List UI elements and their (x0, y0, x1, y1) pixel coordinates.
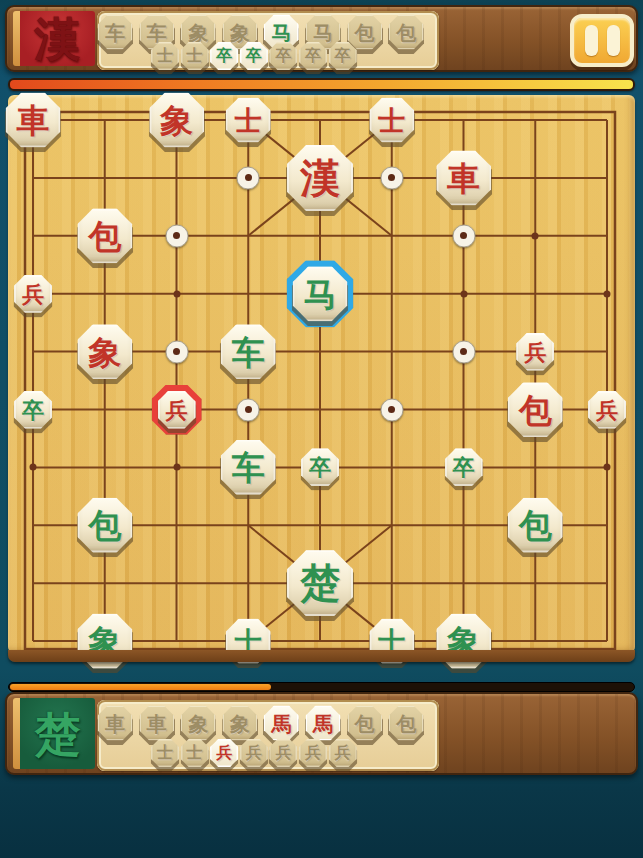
board-marker-dot (604, 464, 611, 471)
tray-piece: 包 (389, 706, 424, 741)
move-hint-dot[interactable] (452, 340, 475, 363)
piece-red-general[interactable]: 漢 (287, 145, 353, 211)
piece-green-soldier[interactable]: 卒 (301, 448, 339, 486)
board-marker-dot (30, 464, 37, 471)
tray-piece: 包 (347, 706, 382, 741)
tray-piece: 象 (181, 706, 216, 741)
piece-green-officer[interactable]: 车 (221, 324, 276, 379)
badge-stripe (13, 11, 20, 66)
piece-red-officer[interactable]: 象 (77, 324, 132, 379)
piece-green-general[interactable]: 楚 (287, 550, 353, 616)
tray-piece-captured: 卒 (210, 42, 238, 70)
tray-piece: 士 (181, 739, 209, 767)
tray-piece: 卒 (269, 42, 297, 70)
piece-green-officer[interactable]: 包 (77, 498, 132, 553)
tray-piece: 包 (389, 15, 424, 50)
chu-label: 楚 (35, 711, 81, 757)
piece-red-officer[interactable]: 車 (6, 93, 61, 148)
board-edge (8, 650, 635, 662)
tray-piece: 卒 (299, 42, 327, 70)
pause-button[interactable] (570, 14, 634, 67)
piece-red-officer[interactable]: 包 (508, 382, 563, 437)
board-marker-dot (460, 290, 467, 297)
board-marker-dot (532, 232, 539, 239)
piece-red-officer[interactable]: 車 (436, 150, 491, 205)
piece-green-soldier[interactable]: 卒 (14, 391, 52, 429)
xiangqi-board[interactable]: 車象士士漢車包兵马象车兵卒兵包兵车卒卒包包楚象士士象 (8, 95, 635, 653)
tray-piece: 兵 (240, 739, 268, 767)
move-hint-dot[interactable] (380, 166, 403, 189)
tray-piece: 车 (98, 15, 133, 50)
piece-red-soldier[interactable]: 兵 (158, 391, 196, 429)
piece-red-officer[interactable]: 包 (77, 208, 132, 263)
tray-piece: 兵 (269, 739, 297, 767)
move-hint-dot[interactable] (380, 398, 403, 421)
piece-red-officer[interactable]: 象 (149, 93, 204, 148)
captured-tray-top: 车车象象马马包包士士卒卒卒卒卒 (97, 11, 439, 70)
pause-icon (574, 18, 630, 63)
tray-piece-captured: 卒 (240, 42, 268, 70)
tray-piece: 車 (98, 706, 133, 741)
piece-green-officer[interactable]: 马 (293, 266, 348, 321)
piece-red-soldier[interactable]: 兵 (516, 333, 554, 371)
move-hint-dot[interactable] (165, 340, 188, 363)
captured-tray-bottom: 車車象象馬馬包包士士兵兵兵兵兵 (97, 700, 439, 771)
tray-piece: 兵 (329, 739, 357, 767)
turn-progress-bottom (8, 682, 635, 692)
badge-stripe (13, 698, 20, 769)
player-badge-chu: 楚 (13, 698, 95, 769)
piece-red-advisor[interactable]: 士 (369, 98, 414, 143)
app-root: 漢 车车象象马马包包士士卒卒卒卒卒 車象士士漢車包兵马象车兵卒兵包兵车卒卒包包楚… (0, 0, 643, 858)
tray-piece: 卒 (329, 42, 357, 70)
piece-green-officer[interactable]: 包 (508, 498, 563, 553)
piece-red-advisor[interactable]: 士 (226, 98, 271, 143)
piece-green-soldier[interactable]: 卒 (445, 448, 483, 486)
turn-progress-top (8, 78, 635, 91)
board-marker-dot (604, 290, 611, 297)
han-label: 漢 (35, 16, 81, 62)
piece-green-officer[interactable]: 车 (221, 440, 276, 495)
tray-piece-captured: 兵 (210, 739, 238, 767)
tray-piece-captured: 馬 (264, 706, 299, 741)
tray-piece: 士 (181, 42, 209, 70)
top-player-bar: 漢 车车象象马马包包士士卒卒卒卒卒 (5, 5, 638, 72)
tray-piece: 士 (151, 739, 179, 767)
turn-progress-fill (10, 684, 271, 690)
tray-piece: 兵 (299, 739, 327, 767)
tray-piece: 車 (139, 706, 174, 741)
tray-piece-captured: 馬 (306, 706, 341, 741)
move-hint-dot[interactable] (237, 166, 260, 189)
player-badge-han: 漢 (13, 11, 95, 66)
bottom-player-bar: 楚 車車象象馬馬包包士士兵兵兵兵兵 3 (5, 692, 638, 775)
tray-piece: 士 (151, 42, 179, 70)
tray-piece: 象 (222, 706, 257, 741)
move-hint-dot[interactable] (452, 224, 475, 247)
move-hint-dot[interactable] (237, 398, 260, 421)
piece-red-soldier[interactable]: 兵 (588, 391, 626, 429)
piece-red-soldier[interactable]: 兵 (14, 275, 52, 313)
move-hint-dot[interactable] (165, 224, 188, 247)
board-marker-dot (173, 464, 180, 471)
board-marker-dot (173, 290, 180, 297)
